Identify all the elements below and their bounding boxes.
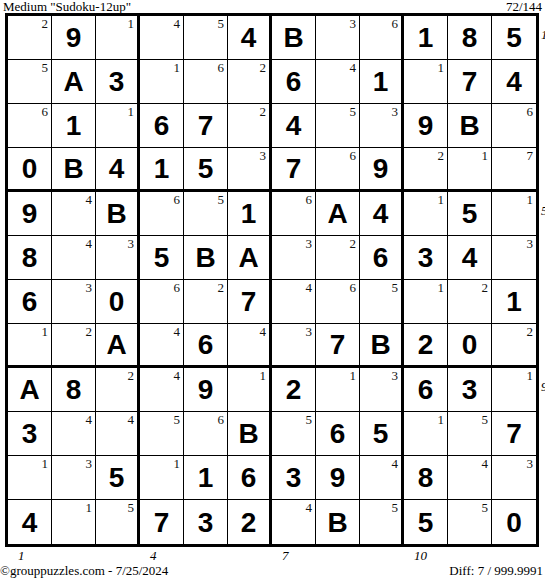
sudoku-cell-r3c6[interactable]: 2 xyxy=(228,104,272,148)
pencil-mark: 4 xyxy=(174,16,181,31)
sudoku-cell-r3c2[interactable]: 1 xyxy=(52,104,96,148)
sudoku-cell-r10c10[interactable]: 1 xyxy=(404,412,448,456)
sudoku-cell-r11c1[interactable]: 1 xyxy=(8,456,52,500)
sudoku-cell-r6c4[interactable]: 5 xyxy=(140,236,184,280)
cell-value: 7 xyxy=(140,500,183,544)
sudoku-cell-r8c8[interactable]: 7 xyxy=(316,324,360,368)
cell-value: 7 xyxy=(316,324,359,365)
sudoku-cell-r8c7[interactable]: 3 xyxy=(272,324,316,368)
sudoku-cell-r1c5[interactable]: 5 xyxy=(184,16,228,60)
cell-value: 0 xyxy=(96,280,137,323)
pencil-mark: 3 xyxy=(527,456,534,471)
cell-value: 6 xyxy=(228,456,269,499)
sudoku-cell-r10c9[interactable]: 5 xyxy=(360,412,404,456)
sudoku-cell-r9c9[interactable]: 3 xyxy=(360,368,404,412)
sudoku-cell-r5c9[interactable]: 4 xyxy=(360,192,404,236)
cell-value: 5 xyxy=(96,456,137,499)
pencil-mark: 6 xyxy=(527,104,534,119)
sudoku-cell-r7c5[interactable]: 2 xyxy=(184,280,228,324)
row-label-1: 1 xyxy=(541,28,545,41)
cell-value: A xyxy=(316,192,359,235)
cell-value: 5 xyxy=(140,236,183,279)
pencil-mark: 1 xyxy=(482,148,489,163)
pencil-mark: 2 xyxy=(260,60,267,75)
pencil-mark: 1 xyxy=(128,104,135,119)
cell-value: 4 xyxy=(448,236,491,279)
cell-value: 4 xyxy=(8,500,51,544)
pencil-mark: 3 xyxy=(527,236,534,251)
pencil-mark: 3 xyxy=(128,236,135,251)
sudoku-cell-r5c10[interactable]: 1 xyxy=(404,192,448,236)
sudoku-cell-r11c11[interactable]: 4 xyxy=(448,456,492,500)
sudoku-cell-r8c4[interactable]: 4 xyxy=(140,324,184,368)
cell-value: 3 xyxy=(404,236,447,279)
sudoku-cell-r9c1[interactable]: A xyxy=(8,368,52,412)
pencil-mark: 1 xyxy=(438,192,445,207)
sudoku-cell-r6c5[interactable]: B xyxy=(184,236,228,280)
sudoku-cell-r10c12[interactable]: 7 xyxy=(492,412,536,456)
cell-value: 1 xyxy=(492,280,536,323)
sudoku-cell-r10c11[interactable]: 5 xyxy=(448,412,492,456)
sudoku-cell-r6c1[interactable]: 8 xyxy=(8,236,52,280)
cell-value: B xyxy=(316,500,359,544)
sudoku-cell-r9c11[interactable]: 3 xyxy=(448,368,492,412)
pencil-mark: 6 xyxy=(174,192,181,207)
pencil-mark: 3 xyxy=(260,148,267,163)
sudoku-cell-r6c6[interactable]: A xyxy=(228,236,272,280)
pencil-mark: 5 xyxy=(218,16,225,31)
cell-value: B xyxy=(360,324,401,365)
pencil-mark: 1 xyxy=(438,280,445,295)
sudoku-cell-r6c9[interactable]: 6 xyxy=(360,236,404,280)
cell-value: 6 xyxy=(360,236,401,279)
sudoku-cell-r3c9[interactable]: 3 xyxy=(360,104,404,148)
cell-value: 5 xyxy=(184,148,227,189)
sudoku-cell-r11c10[interactable]: 8 xyxy=(404,456,448,500)
cell-value: 7 xyxy=(492,412,536,455)
sudoku-cell-r2c2[interactable]: A xyxy=(52,60,96,104)
cell-value: 4 xyxy=(228,16,269,59)
sudoku-cell-r4c1[interactable]: 0 xyxy=(8,148,52,192)
cell-value: B xyxy=(52,148,95,189)
cell-value: B xyxy=(228,412,269,455)
cell-value: B xyxy=(184,236,227,279)
cell-value: 6 xyxy=(316,412,359,455)
sudoku-cell-r6c12[interactable]: 3 xyxy=(492,236,536,280)
pencil-mark: 2 xyxy=(482,280,489,295)
sudoku-cell-r1c9[interactable]: 6 xyxy=(360,16,404,60)
cell-value: 8 xyxy=(52,368,95,411)
sudoku-cell-r2c12[interactable]: 4 xyxy=(492,60,536,104)
sudoku-cell-r4c6[interactable]: 3 xyxy=(228,148,272,192)
pencil-mark: 4 xyxy=(86,192,93,207)
cell-value: B xyxy=(272,16,315,59)
sudoku-cell-r11c6[interactable]: 6 xyxy=(228,456,272,500)
sudoku-cell-r3c3[interactable]: 1 xyxy=(96,104,140,148)
pencil-mark: 4 xyxy=(392,456,399,471)
pencil-mark: 1 xyxy=(174,60,181,75)
cell-value: 6 xyxy=(404,368,447,411)
cell-value: 3 xyxy=(184,500,227,544)
sudoku-cell-r7c12[interactable]: 1 xyxy=(492,280,536,324)
sudoku-cell-r7c6[interactable]: 7 xyxy=(228,280,272,324)
sudoku-cell-r5c3[interactable]: B xyxy=(96,192,140,236)
col-label-4: 4 xyxy=(150,549,157,563)
sudoku-cell-r11c12[interactable]: 3 xyxy=(492,456,536,500)
puzzle-title: Medium "Sudoku-12up" xyxy=(3,0,131,13)
sudoku-cell-r1c11[interactable]: 8 xyxy=(448,16,492,60)
sudoku-cell-r9c12[interactable]: 1 xyxy=(492,368,536,412)
cell-value: 3 xyxy=(272,456,315,499)
sudoku-cell-r12c6[interactable]: 2 xyxy=(228,500,272,544)
sudoku-cell-r3c1[interactable]: 6 xyxy=(8,104,52,148)
sudoku-cell-r12c4[interactable]: 7 xyxy=(140,500,184,544)
cell-value: 1 xyxy=(52,104,95,147)
sudoku-cell-r2c6[interactable]: 2 xyxy=(228,60,272,104)
sudoku-cell-r7c7[interactable]: 4 xyxy=(272,280,316,324)
sudoku-cell-r1c12[interactable]: 5 xyxy=(492,16,536,60)
pencil-mark: 4 xyxy=(174,368,181,383)
pencil-mark: 5 xyxy=(392,280,399,295)
pencil-mark: 4 xyxy=(86,412,93,427)
pencil-mark: 5 xyxy=(218,192,225,207)
sudoku-cell-r12c3[interactable]: 5 xyxy=(96,500,140,544)
sudoku-cell-r6c8[interactable]: 2 xyxy=(316,236,360,280)
sudoku-cell-r1c6[interactable]: 4 xyxy=(228,16,272,60)
sudoku-cell-r9c5[interactable]: 9 xyxy=(184,368,228,412)
pencil-mark: 4 xyxy=(482,456,489,471)
sudoku-cell-r8c11[interactable]: 0 xyxy=(448,324,492,368)
sudoku-cell-r4c12[interactable]: 7 xyxy=(492,148,536,192)
sudoku-cell-r5c2[interactable]: 4 xyxy=(52,192,96,236)
sudoku-cell-r9c8[interactable]: 1 xyxy=(316,368,360,412)
pencil-mark: 3 xyxy=(306,236,313,251)
pencil-mark: 2 xyxy=(260,104,267,119)
sudoku-cell-r4c4[interactable]: 1 xyxy=(140,148,184,192)
pencil-mark: 1 xyxy=(174,456,181,471)
cell-value: 5 xyxy=(492,16,536,59)
cell-value: 4 xyxy=(272,104,315,147)
sudoku-cell-r7c3[interactable]: 0 xyxy=(96,280,140,324)
sudoku-cell-r12c1[interactable]: 4 xyxy=(8,500,52,544)
pencil-mark: 2 xyxy=(128,368,135,383)
pencil-mark: 1 xyxy=(260,368,267,383)
sudoku-cell-r12c7[interactable]: 4 xyxy=(272,500,316,544)
sudoku-cell-r1c8[interactable]: 3 xyxy=(316,16,360,60)
sudoku-cell-r9c4[interactable]: 4 xyxy=(140,368,184,412)
cell-value: A xyxy=(8,368,51,411)
sudoku-cell-r3c12[interactable]: 6 xyxy=(492,104,536,148)
pencil-mark: 3 xyxy=(392,368,399,383)
sudoku-cell-r8c3[interactable]: A xyxy=(96,324,140,368)
sudoku-cell-r9c3[interactable]: 2 xyxy=(96,368,140,412)
sudoku-cell-r12c11[interactable]: 5 xyxy=(448,500,492,544)
pencil-mark: 1 xyxy=(527,192,534,207)
cell-value: 3 xyxy=(8,412,51,455)
pencil-mark: 7 xyxy=(527,148,534,163)
cell-value: 9 xyxy=(404,104,447,147)
sudoku-cell-r5c8[interactable]: A xyxy=(316,192,360,236)
cell-value: 2 xyxy=(228,500,269,544)
sudoku-cell-r12c2[interactable]: 1 xyxy=(52,500,96,544)
sudoku-cell-r2c7[interactable]: 6 xyxy=(272,60,316,104)
sudoku-cell-r5c4[interactable]: 6 xyxy=(140,192,184,236)
sudoku-cell-r12c8[interactable]: B xyxy=(316,500,360,544)
cell-value: 9 xyxy=(184,368,227,411)
sudoku-cell-r5c12[interactable]: 1 xyxy=(492,192,536,236)
cell-value: 7 xyxy=(228,280,269,323)
pencil-mark: 6 xyxy=(174,280,181,295)
sudoku-cell-r4c9[interactable]: 9 xyxy=(360,148,404,192)
cell-value: 3 xyxy=(448,368,491,411)
cell-value: 9 xyxy=(52,16,95,59)
sudoku-cell-r6c3[interactable]: 3 xyxy=(96,236,140,280)
sudoku-cell-r7c2[interactable]: 3 xyxy=(52,280,96,324)
sudoku-cell-r3c11[interactable]: B xyxy=(448,104,492,148)
pencil-mark: 2 xyxy=(527,324,534,339)
sudoku-cell-r7c8[interactable]: 6 xyxy=(316,280,360,324)
pencil-mark: 2 xyxy=(42,16,49,31)
sudoku-cell-r1c2[interactable]: 9 xyxy=(52,16,96,60)
cell-value: 8 xyxy=(8,236,51,279)
cell-value: 5 xyxy=(448,192,491,235)
sudoku-cell-r7c11[interactable]: 2 xyxy=(448,280,492,324)
sudoku-cell-r7c9[interactable]: 5 xyxy=(360,280,404,324)
sudoku-cell-r11c7[interactable]: 3 xyxy=(272,456,316,500)
pencil-mark: 5 xyxy=(350,104,357,119)
cell-value: 1 xyxy=(360,60,401,103)
sudoku-cell-r3c5[interactable]: 7 xyxy=(184,104,228,148)
pencil-mark: 1 xyxy=(86,500,93,515)
pencil-mark: 3 xyxy=(86,280,93,295)
sudoku-cell-r12c10[interactable]: 5 xyxy=(404,500,448,544)
sudoku-cell-r8c1[interactable]: 1 xyxy=(8,324,52,368)
cell-value: A xyxy=(96,324,137,365)
cell-value: 0 xyxy=(448,324,491,365)
sudoku-cell-r8c10[interactable]: 2 xyxy=(404,324,448,368)
sudoku-cell-r4c3[interactable]: 4 xyxy=(96,148,140,192)
sudoku-cell-r8c2[interactable]: 2 xyxy=(52,324,96,368)
pencil-mark: 1 xyxy=(42,456,49,471)
pencil-mark: 3 xyxy=(350,16,357,31)
pencil-mark: 4 xyxy=(174,324,181,339)
pencil-mark: 1 xyxy=(42,324,49,339)
sudoku-cell-r2c8[interactable]: 4 xyxy=(316,60,360,104)
sudoku-cell-r10c6[interactable]: B xyxy=(228,412,272,456)
sudoku-cell-r5c5[interactable]: 5 xyxy=(184,192,228,236)
sudoku-cell-r2c4[interactable]: 1 xyxy=(140,60,184,104)
sudoku-cell-r10c4[interactable]: 5 xyxy=(140,412,184,456)
col-label-7: 7 xyxy=(282,549,289,563)
cell-value: 8 xyxy=(448,16,491,59)
sudoku-cell-r7c1[interactable]: 6 xyxy=(8,280,52,324)
sudoku-grid: 291454B361855A31626411746116724539B60B41… xyxy=(8,16,536,544)
sudoku-cell-r1c4[interactable]: 4 xyxy=(140,16,184,60)
sudoku-cell-r7c4[interactable]: 6 xyxy=(140,280,184,324)
sudoku-cell-r2c9[interactable]: 1 xyxy=(360,60,404,104)
cell-value: 4 xyxy=(96,148,137,189)
sudoku-cell-r2c11[interactable]: 7 xyxy=(448,60,492,104)
pencil-mark: 6 xyxy=(392,16,399,31)
sudoku-cell-r4c2[interactable]: B xyxy=(52,148,96,192)
sudoku-cell-r4c5[interactable]: 5 xyxy=(184,148,228,192)
cell-value: 5 xyxy=(404,500,447,544)
pencil-mark: 5 xyxy=(392,500,399,515)
cell-value: 4 xyxy=(492,60,536,103)
cell-value: B xyxy=(448,104,491,147)
sudoku-cell-r3c7[interactable]: 4 xyxy=(272,104,316,148)
cell-value: 2 xyxy=(404,324,447,365)
sudoku-cell-r4c8[interactable]: 6 xyxy=(316,148,360,192)
sudoku-cell-r1c7[interactable]: B xyxy=(272,16,316,60)
sudoku-cell-r11c5[interactable]: 1 xyxy=(184,456,228,500)
sudoku-cell-r11c4[interactable]: 1 xyxy=(140,456,184,500)
cell-value: 7 xyxy=(184,104,227,147)
pencil-mark: 6 xyxy=(350,280,357,295)
cell-value: 6 xyxy=(8,280,51,323)
cell-value: 6 xyxy=(184,324,227,365)
sudoku-cell-r2c3[interactable]: 3 xyxy=(96,60,140,104)
row-label-9: 9 xyxy=(541,380,545,393)
sudoku-cell-r4c11[interactable]: 1 xyxy=(448,148,492,192)
sudoku-cell-r2c5[interactable]: 6 xyxy=(184,60,228,104)
pencil-mark: 1 xyxy=(128,16,135,31)
sudoku-cell-r5c7[interactable]: 6 xyxy=(272,192,316,236)
sudoku-cell-r10c8[interactable]: 6 xyxy=(316,412,360,456)
cell-value: 9 xyxy=(360,148,401,189)
sudoku-cell-r12c12[interactable]: 0 xyxy=(492,500,536,544)
sudoku-cell-r3c10[interactable]: 9 xyxy=(404,104,448,148)
pencil-mark: 1 xyxy=(350,368,357,383)
pencil-mark: 6 xyxy=(42,104,49,119)
cell-value: 0 xyxy=(492,500,536,544)
sudoku-cell-r3c8[interactable]: 5 xyxy=(316,104,360,148)
row-label-5: 5 xyxy=(541,204,545,217)
pencil-mark: 4 xyxy=(350,60,357,75)
sudoku-cell-r11c2[interactable]: 3 xyxy=(52,456,96,500)
sudoku-cell-r7c10[interactable]: 1 xyxy=(404,280,448,324)
sudoku-cell-r8c5[interactable]: 6 xyxy=(184,324,228,368)
cell-value: A xyxy=(52,60,95,103)
pencil-mark: 4 xyxy=(306,500,313,515)
sudoku-cell-r10c3[interactable]: 4 xyxy=(96,412,140,456)
cell-value: 3 xyxy=(96,60,137,103)
cell-value: 7 xyxy=(272,148,315,189)
pencil-mark: 6 xyxy=(218,60,225,75)
sudoku-cell-r5c6[interactable]: 1 xyxy=(228,192,272,236)
pencil-mark: 1 xyxy=(438,412,445,427)
sudoku-cell-r9c2[interactable]: 8 xyxy=(52,368,96,412)
cell-value: A xyxy=(228,236,269,279)
sudoku-cell-r11c3[interactable]: 5 xyxy=(96,456,140,500)
sudoku-cell-r6c11[interactable]: 4 xyxy=(448,236,492,280)
pencil-mark: 4 xyxy=(86,236,93,251)
sudoku-cell-r8c6[interactable]: 4 xyxy=(228,324,272,368)
cell-value: 6 xyxy=(140,104,183,147)
pencil-mark: 3 xyxy=(392,104,399,119)
pencil-mark: 1 xyxy=(438,60,445,75)
difficulty-text: Diff: 7 / 999.9991 xyxy=(449,564,543,578)
pencil-mark: 5 xyxy=(482,412,489,427)
cell-value: 1 xyxy=(228,192,269,235)
sudoku-cell-r2c10[interactable]: 1 xyxy=(404,60,448,104)
pencil-mark: 5 xyxy=(174,412,181,427)
pencil-mark: 2 xyxy=(218,280,225,295)
sudoku-cell-r11c9[interactable]: 4 xyxy=(360,456,404,500)
cell-value: 1 xyxy=(140,148,183,189)
sudoku-cell-r6c2[interactable]: 4 xyxy=(52,236,96,280)
pencil-mark: 6 xyxy=(306,192,313,207)
sudoku-cell-r9c10[interactable]: 6 xyxy=(404,368,448,412)
cell-value: 1 xyxy=(184,456,227,499)
sudoku-cell-r8c12[interactable]: 2 xyxy=(492,324,536,368)
sudoku-cell-r10c7[interactable]: 5 xyxy=(272,412,316,456)
pencil-mark: 5 xyxy=(306,412,313,427)
pencil-mark: 4 xyxy=(306,280,313,295)
sudoku-cell-r8c9[interactable]: B xyxy=(360,324,404,368)
sudoku-cell-r11c8[interactable]: 9 xyxy=(316,456,360,500)
cell-value: 0 xyxy=(8,148,51,189)
cell-value: 9 xyxy=(8,192,51,235)
sudoku-cell-r4c7[interactable]: 7 xyxy=(272,148,316,192)
pencil-mark: 5 xyxy=(128,500,135,515)
puzzle-counter: 72/144 xyxy=(506,0,542,13)
pencil-mark: 2 xyxy=(86,324,93,339)
sudoku-cell-r2c1[interactable]: 5 xyxy=(8,60,52,104)
cell-value: 1 xyxy=(404,16,447,59)
cell-value: 9 xyxy=(316,456,359,499)
cell-value: 4 xyxy=(360,192,401,235)
sudoku-cell-r6c7[interactable]: 3 xyxy=(272,236,316,280)
sudoku-cell-r10c5[interactable]: 6 xyxy=(184,412,228,456)
pencil-mark: 2 xyxy=(438,148,445,163)
sudoku-cell-r12c5[interactable]: 3 xyxy=(184,500,228,544)
sudoku-cell-r4c10[interactable]: 2 xyxy=(404,148,448,192)
cell-value: 5 xyxy=(360,412,401,455)
cell-value: 8 xyxy=(404,456,447,499)
pencil-mark: 6 xyxy=(350,148,357,163)
cell-value: 6 xyxy=(272,60,315,103)
sudoku-cell-r6c10[interactable]: 3 xyxy=(404,236,448,280)
cell-value: 2 xyxy=(272,368,315,411)
sudoku-cell-r1c10[interactable]: 1 xyxy=(404,16,448,60)
col-label-1: 1 xyxy=(18,549,25,563)
sudoku-cell-r5c1[interactable]: 9 xyxy=(8,192,52,236)
pencil-mark: 4 xyxy=(260,324,267,339)
sudoku-cell-r9c7[interactable]: 2 xyxy=(272,368,316,412)
pencil-mark: 5 xyxy=(482,500,489,515)
pencil-mark: 3 xyxy=(306,324,313,339)
cell-value: B xyxy=(96,192,137,235)
footer: ©grouppuzzles.com - 7/25/2024 Diff: 7 / … xyxy=(0,562,543,578)
col-label-10: 10 xyxy=(414,549,427,563)
header: Medium "Sudoku-12up" 72/144 xyxy=(3,0,542,13)
cell-value: 7 xyxy=(448,60,491,103)
pencil-mark: 4 xyxy=(128,412,135,427)
sudoku-cell-r10c1[interactable]: 3 xyxy=(8,412,52,456)
sudoku-cell-r9c6[interactable]: 1 xyxy=(228,368,272,412)
pencil-mark: 1 xyxy=(527,368,534,383)
sudoku-cell-r10c2[interactable]: 4 xyxy=(52,412,96,456)
sudoku-cell-r1c1[interactable]: 2 xyxy=(8,16,52,60)
sudoku-cell-r1c3[interactable]: 1 xyxy=(96,16,140,60)
pencil-mark: 3 xyxy=(86,456,93,471)
sudoku-cell-r5c11[interactable]: 5 xyxy=(448,192,492,236)
copyright-text: ©grouppuzzles.com - 7/25/2024 xyxy=(0,564,168,578)
sudoku-board: 291454B361855A31626411746116724539B60B41… xyxy=(5,13,539,547)
sudoku-cell-r12c9[interactable]: 5 xyxy=(360,500,404,544)
sudoku-cell-r3c4[interactable]: 6 xyxy=(140,104,184,148)
